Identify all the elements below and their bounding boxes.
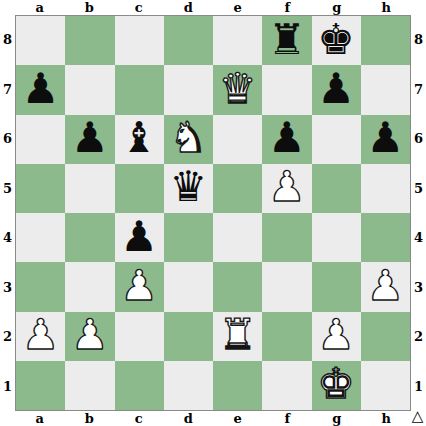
- square-c5[interactable]: [115, 164, 164, 213]
- piece-white-pawn[interactable]: ♟: [120, 265, 158, 307]
- piece-black-bishop[interactable]: ♝: [120, 117, 158, 159]
- chess-board: ♜♚♟♛♟♟♝♞♟♟♛♟♟♟♟♟♟♜♟♚: [15, 15, 411, 411]
- square-a8[interactable]: [16, 16, 65, 65]
- square-e8[interactable]: [213, 16, 262, 65]
- square-e7[interactable]: ♛: [213, 65, 262, 114]
- piece-black-pawn[interactable]: ♟: [22, 68, 60, 110]
- square-a3[interactable]: [16, 262, 65, 311]
- square-f2[interactable]: [262, 312, 311, 361]
- piece-white-pawn[interactable]: ♟: [22, 314, 60, 356]
- piece-white-knight[interactable]: ♞: [170, 117, 208, 159]
- rank-label-3: 3: [0, 263, 15, 313]
- file-label-b: b: [65, 411, 115, 426]
- file-label-h: h: [362, 0, 412, 15]
- square-e6[interactable]: [213, 115, 262, 164]
- rank-label-2: 2: [411, 312, 426, 362]
- square-h2[interactable]: [361, 312, 410, 361]
- file-label-e: e: [213, 411, 263, 426]
- piece-black-pawn[interactable]: ♟: [317, 68, 355, 110]
- square-h5[interactable]: [361, 164, 410, 213]
- square-d5[interactable]: ♛: [164, 164, 213, 213]
- file-label-d: d: [164, 411, 214, 426]
- square-a5[interactable]: [16, 164, 65, 213]
- square-f1[interactable]: [262, 361, 311, 410]
- square-c6[interactable]: ♝: [115, 115, 164, 164]
- square-f6[interactable]: ♟: [262, 115, 311, 164]
- square-c7[interactable]: [115, 65, 164, 114]
- square-h4[interactable]: [361, 213, 410, 262]
- square-e4[interactable]: [213, 213, 262, 262]
- rank-label-6: 6: [411, 114, 426, 164]
- square-c2[interactable]: [115, 312, 164, 361]
- square-g8[interactable]: ♚: [312, 16, 361, 65]
- rank-label-3: 3: [411, 263, 426, 313]
- rank-label-8: 8: [411, 15, 426, 65]
- rank-labels-left: 87654321: [0, 15, 15, 411]
- square-a6[interactable]: [16, 115, 65, 164]
- file-label-f: f: [263, 411, 313, 426]
- piece-white-pawn[interactable]: ♟: [71, 314, 109, 356]
- square-d1[interactable]: [164, 361, 213, 410]
- rank-label-2: 2: [0, 312, 15, 362]
- square-h3[interactable]: ♟: [361, 262, 410, 311]
- square-d3[interactable]: [164, 262, 213, 311]
- corner-bottom-right: △: [411, 411, 426, 426]
- square-b8[interactable]: [65, 16, 114, 65]
- piece-white-pawn[interactable]: ♟: [268, 166, 306, 208]
- piece-black-pawn[interactable]: ♟: [71, 117, 109, 159]
- piece-white-pawn[interactable]: ♟: [317, 314, 355, 356]
- square-b4[interactable]: [65, 213, 114, 262]
- rank-label-8: 8: [0, 15, 15, 65]
- square-b2[interactable]: ♟: [65, 312, 114, 361]
- rank-label-6: 6: [0, 114, 15, 164]
- square-b7[interactable]: [65, 65, 114, 114]
- square-d4[interactable]: [164, 213, 213, 262]
- rank-label-4: 4: [411, 213, 426, 263]
- square-g4[interactable]: [312, 213, 361, 262]
- piece-white-king[interactable]: ♚: [317, 363, 355, 405]
- square-c1[interactable]: [115, 361, 164, 410]
- file-label-g: g: [312, 411, 362, 426]
- piece-black-king[interactable]: ♚: [317, 19, 355, 61]
- piece-white-pawn[interactable]: ♟: [367, 265, 405, 307]
- rank-label-1: 1: [411, 362, 426, 412]
- piece-black-pawn[interactable]: ♟: [367, 117, 405, 159]
- square-h7[interactable]: [361, 65, 410, 114]
- rank-label-7: 7: [411, 65, 426, 115]
- file-labels-top: abcdefgh: [15, 0, 411, 15]
- square-f3[interactable]: [262, 262, 311, 311]
- square-h8[interactable]: [361, 16, 410, 65]
- file-label-c: c: [114, 411, 164, 426]
- file-label-e: e: [213, 0, 263, 15]
- square-c8[interactable]: [115, 16, 164, 65]
- file-label-g: g: [312, 0, 362, 15]
- file-label-c: c: [114, 0, 164, 15]
- rank-label-5: 5: [0, 164, 15, 214]
- file-label-f: f: [263, 0, 313, 15]
- square-c3[interactable]: ♟: [115, 262, 164, 311]
- chess-diagram: abcdefgh 87654321 ♜♚♟♛♟♟♝♞♟♟♛♟♟♟♟♟♟♜♟♚ 8…: [0, 0, 426, 426]
- rank-label-7: 7: [0, 65, 15, 115]
- file-labels-bottom: abcdefgh: [15, 411, 411, 426]
- piece-black-pawn[interactable]: ♟: [268, 117, 306, 159]
- square-f8[interactable]: ♜: [262, 16, 311, 65]
- square-c4[interactable]: ♟: [115, 213, 164, 262]
- square-e5[interactable]: [213, 164, 262, 213]
- square-b5[interactable]: [65, 164, 114, 213]
- rank-label-1: 1: [0, 362, 15, 412]
- file-label-h: h: [362, 411, 412, 426]
- file-label-d: d: [164, 0, 214, 15]
- square-d7[interactable]: [164, 65, 213, 114]
- file-label-b: b: [65, 0, 115, 15]
- square-g6[interactable]: [312, 115, 361, 164]
- square-f7[interactable]: [262, 65, 311, 114]
- square-f5[interactable]: ♟: [262, 164, 311, 213]
- square-b1[interactable]: [65, 361, 114, 410]
- square-b3[interactable]: [65, 262, 114, 311]
- square-b6[interactable]: ♟: [65, 115, 114, 164]
- square-d8[interactable]: [164, 16, 213, 65]
- square-a1[interactable]: [16, 361, 65, 410]
- rank-labels-right: 87654321: [411, 15, 426, 411]
- square-d6[interactable]: ♞: [164, 115, 213, 164]
- square-g2[interactable]: ♟: [312, 312, 361, 361]
- square-a2[interactable]: ♟: [16, 312, 65, 361]
- square-f4[interactable]: [262, 213, 311, 262]
- square-e3[interactable]: [213, 262, 262, 311]
- square-a4[interactable]: [16, 213, 65, 262]
- file-label-a: a: [15, 411, 65, 426]
- square-h1[interactable]: [361, 361, 410, 410]
- square-a7[interactable]: ♟: [16, 65, 65, 114]
- square-e1[interactable]: [213, 361, 262, 410]
- piece-white-queen[interactable]: ♛: [219, 68, 257, 110]
- rank-label-4: 4: [0, 213, 15, 263]
- square-e2[interactable]: ♜: [213, 312, 262, 361]
- rank-label-5: 5: [411, 164, 426, 214]
- file-label-a: a: [15, 0, 65, 15]
- piece-white-rook[interactable]: ♜: [219, 314, 257, 356]
- piece-black-queen[interactable]: ♛: [170, 166, 208, 208]
- square-g5[interactable]: [312, 164, 361, 213]
- square-d2[interactable]: [164, 312, 213, 361]
- square-g1[interactable]: ♚: [312, 361, 361, 410]
- square-g3[interactable]: [312, 262, 361, 311]
- square-h6[interactable]: ♟: [361, 115, 410, 164]
- piece-black-pawn[interactable]: ♟: [120, 216, 158, 258]
- piece-black-rook[interactable]: ♜: [268, 19, 306, 61]
- white-to-move-icon: △: [412, 409, 424, 424]
- square-g7[interactable]: ♟: [312, 65, 361, 114]
